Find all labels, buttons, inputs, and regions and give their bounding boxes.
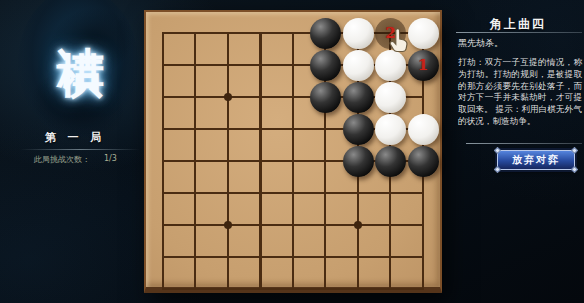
white-stone: [408, 114, 439, 145]
attempts-label: 此局挑战次数：: [34, 155, 90, 164]
button-corner-ornament: [571, 166, 578, 173]
round-label: 第 一 局: [0, 130, 150, 145]
white-stone: [343, 50, 374, 81]
black-stone: 1: [408, 50, 439, 81]
white-stone: [375, 50, 406, 81]
panel-divider: [456, 32, 582, 33]
suggested-move-point[interactable]: 2: [375, 18, 406, 49]
go-board[interactable]: 12: [144, 10, 442, 293]
white-stone: [375, 114, 406, 145]
black-stone: [310, 18, 341, 49]
move-number-annotation: 1: [418, 56, 428, 74]
white-stone: [375, 82, 406, 113]
puzzle-title: 角上曲四: [452, 16, 584, 33]
hand-cursor-icon: [388, 27, 410, 53]
button-corner-ornament: [571, 147, 578, 154]
black-stone: [375, 146, 406, 177]
info-panel: 角上曲四 黑先劫杀。 打劫：双方一子互提的情况，称为打劫。打劫的规则，是被提取的…: [452, 0, 584, 303]
black-stone: [343, 114, 374, 145]
attempts-value: 1/3: [104, 154, 117, 163]
button-corner-ornament: [494, 147, 501, 154]
give-up-button-label: 放弃对弈: [512, 153, 560, 167]
black-stone: [310, 82, 341, 113]
attempts-counter: 此局挑战次数： 1/3: [34, 154, 144, 165]
panel-divider: [466, 143, 582, 144]
white-stone: [343, 18, 374, 49]
sidebar: 诘棋 第 一 局 此局挑战次数： 1/3: [0, 0, 144, 303]
sidebar-divider: [20, 149, 140, 150]
black-stone: [310, 50, 341, 81]
give-up-button[interactable]: 放弃对弈: [497, 150, 575, 170]
black-stone: [408, 146, 439, 177]
button-corner-ornament: [494, 166, 501, 173]
go-puzzle-screen: { "game": "go", "sidebar": { "title": "诘…: [0, 0, 584, 303]
black-stone: [343, 82, 374, 113]
puzzle-objective: 黑先劫杀。: [458, 37, 582, 50]
puzzle-mode-title: 诘棋: [50, 8, 113, 134]
star-point: [354, 221, 362, 229]
star-point: [224, 221, 232, 229]
rule-explanation: 打劫：双方一子互提的情况，称为打劫。打劫的规则，是被提取的那方必须要先在别处落子…: [458, 57, 582, 128]
star-point: [224, 93, 232, 101]
black-stone: [343, 146, 374, 177]
white-stone: [408, 18, 439, 49]
